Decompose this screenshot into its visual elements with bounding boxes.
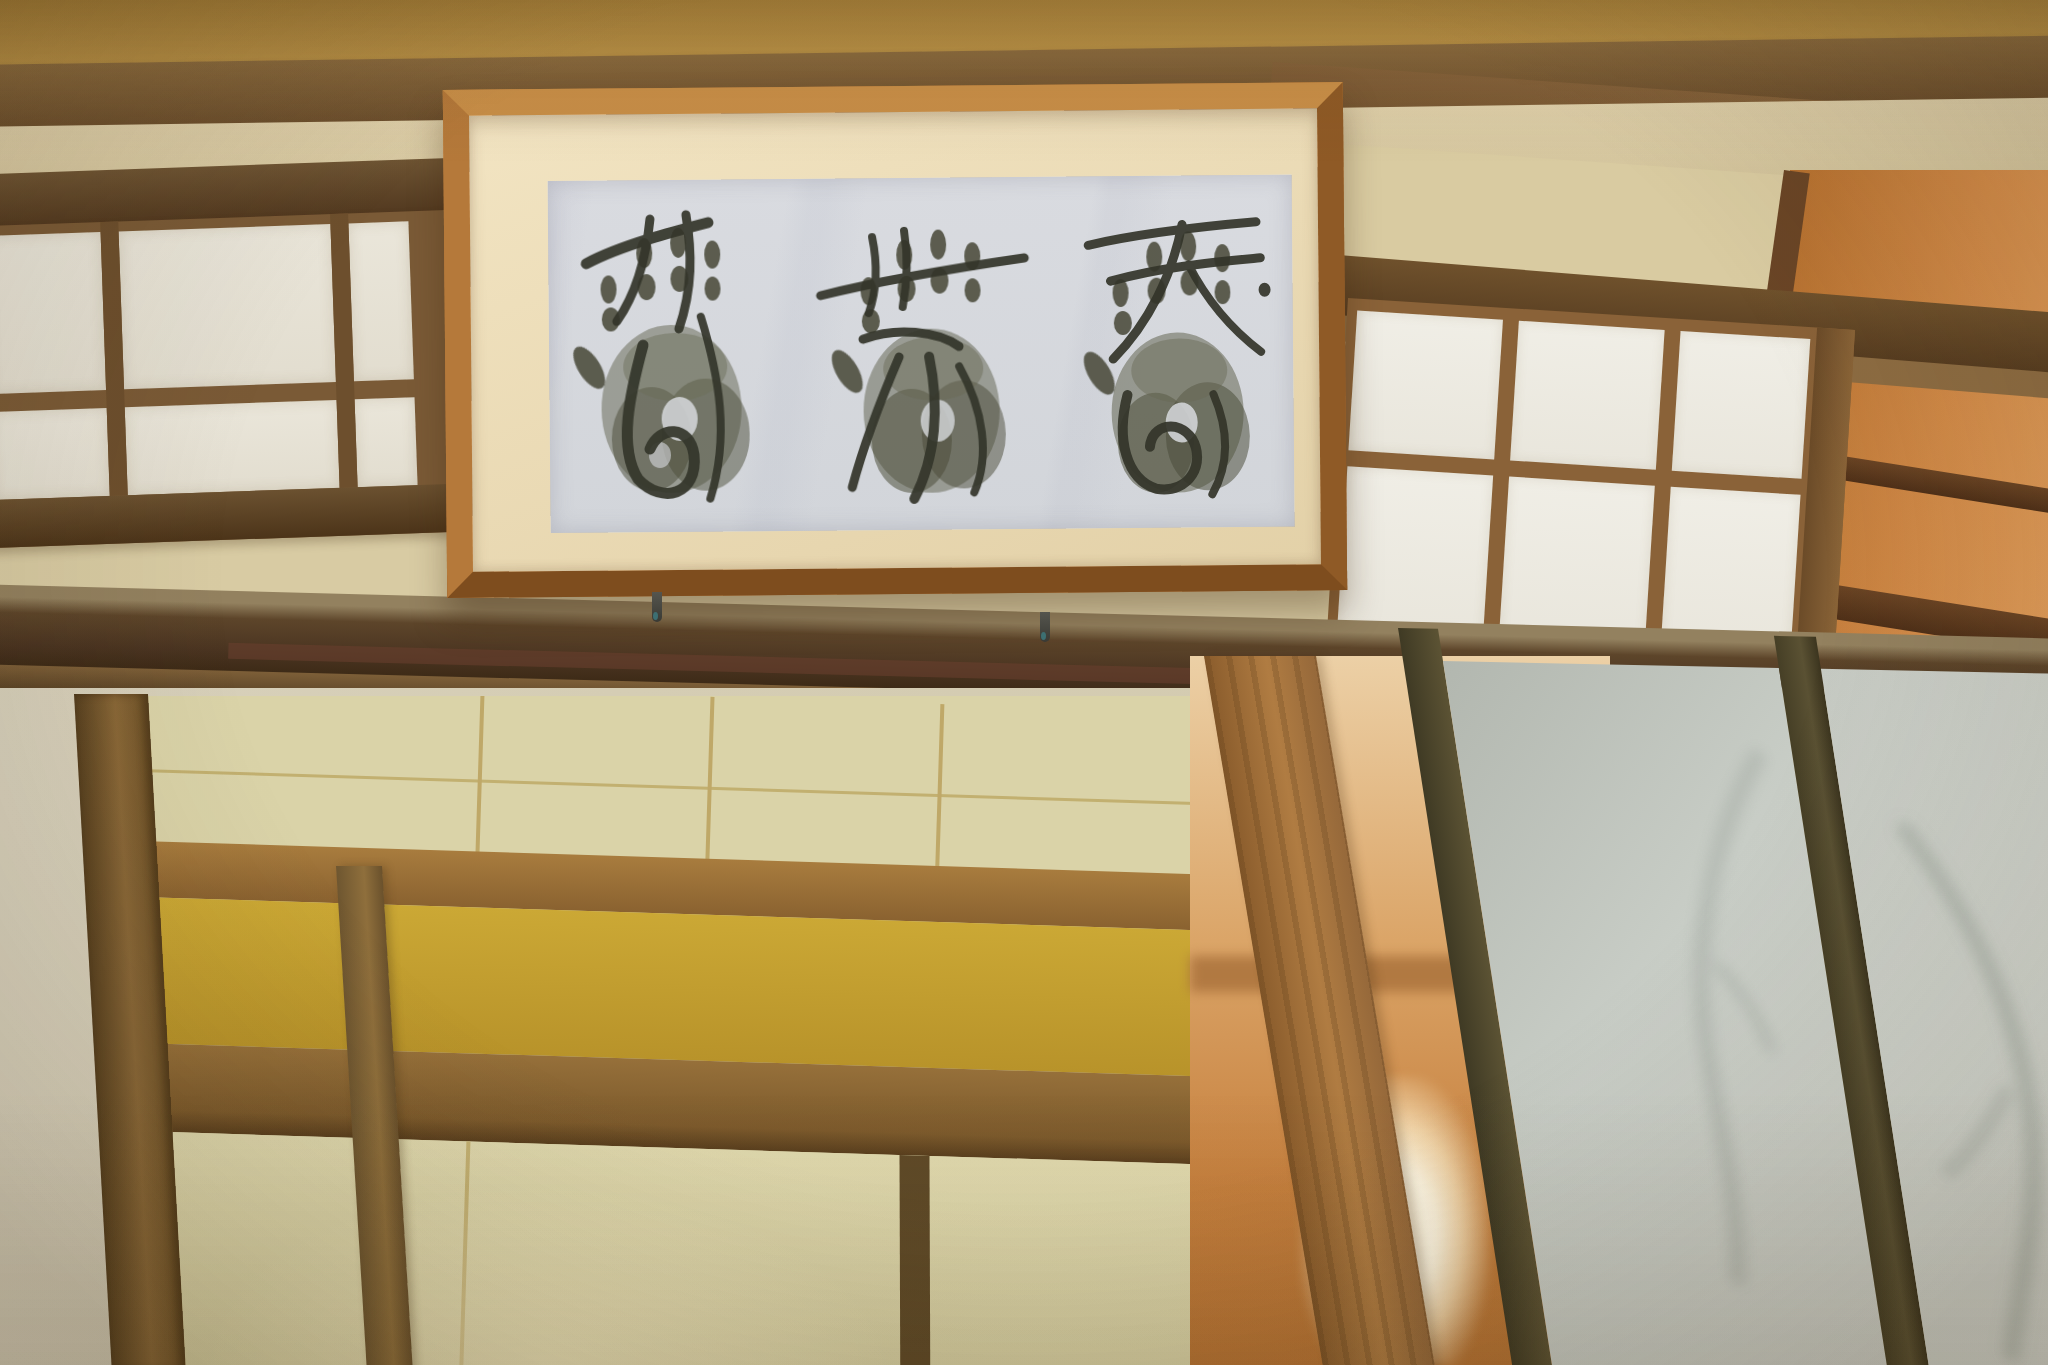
shoji-pane: [1348, 311, 1503, 460]
shoji-pane: [1499, 476, 1655, 647]
shoji-pane: [1510, 321, 1665, 470]
shoji-pane: [0, 232, 106, 394]
inner-room: [140, 696, 1220, 1365]
frame-mat: [469, 108, 1321, 571]
handprint-icon: [1054, 192, 1285, 512]
artwork-caption: Three sumo handprints (tegata) with call…: [0, 0, 1, 1]
shoji-pane: [1672, 331, 1811, 479]
shoji-pane: [125, 400, 340, 495]
picture-hook: [1040, 612, 1050, 642]
fusuma-doors: [1398, 628, 2048, 1365]
shoji-pane: [0, 408, 110, 500]
shoji-window-left: [0, 210, 457, 548]
tegata-print-left: [558, 196, 789, 516]
tegata-print-right: [1054, 192, 1285, 512]
shoji-pane: [1337, 466, 1493, 637]
handprint-icon: [806, 194, 1037, 514]
warm-light-glow: [198, 1171, 905, 1365]
japanese-room-photo: Three sumo handprints (tegata) with call…: [0, 0, 2048, 1365]
tegata-row: [548, 175, 1295, 533]
shoji-pane: [348, 221, 413, 381]
doorway-opening: [140, 696, 1220, 1365]
inner-shoji-stile: [900, 1155, 931, 1365]
tegata-paper: [548, 175, 1295, 533]
handprint-icon: [558, 196, 789, 516]
tegata-print-center: [806, 194, 1037, 514]
picture-hook: [652, 592, 662, 622]
shoji-pane: [119, 224, 336, 389]
tegata-frame: [443, 82, 1347, 598]
shoji-pane: [355, 397, 418, 487]
shoji-grid-line: [140, 768, 1220, 809]
